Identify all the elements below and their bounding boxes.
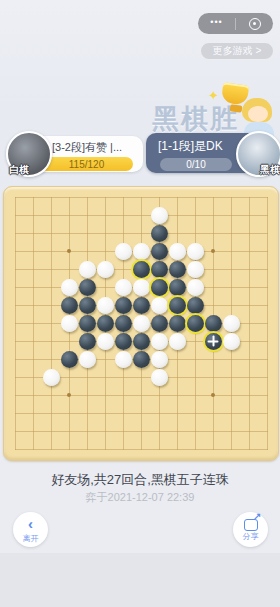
intersection [78,278,96,296]
intersection [258,440,276,458]
intersection [168,188,186,206]
close-icon [249,18,261,30]
intersection [222,188,240,206]
intersection [240,440,258,458]
white-stone [133,279,150,296]
intersection [150,332,168,350]
intersection [132,296,150,314]
miniprogram-capsule: ••• [198,13,273,34]
intersection [60,386,78,404]
intersection [78,314,96,332]
intersection [96,278,114,296]
black-stone [133,351,150,368]
intersection [78,296,96,314]
intersection [60,188,78,206]
intersection [60,314,78,332]
intersection [60,404,78,422]
intersection [60,296,78,314]
intersection [96,188,114,206]
intersection [60,278,78,296]
white-stone [133,315,150,332]
intersection [42,386,60,404]
intersection [114,224,132,242]
white-stone [115,351,132,368]
intersection [6,440,24,458]
intersection [150,404,168,422]
white-stone [133,243,150,260]
intersection [258,296,276,314]
intersection [42,314,60,332]
intersection [186,386,204,404]
intersection [60,224,78,242]
intersection [204,224,222,242]
intersection [240,386,258,404]
black-stone [169,279,186,296]
intersection [168,386,186,404]
intersection [114,188,132,206]
intersection [168,422,186,440]
intersection [60,242,78,260]
intersection [150,314,168,332]
black-stone [79,315,96,332]
intersection [132,260,150,278]
intersection [42,260,60,278]
intersection [114,278,132,296]
intersection [42,422,60,440]
intersection [204,242,222,260]
intersection [6,296,24,314]
black-stone [79,333,96,350]
intersection [96,242,114,260]
black-player-avatar[interactable]: 黑棋 [236,131,280,177]
intersection [222,404,240,422]
intersection [150,242,168,260]
intersection [96,404,114,422]
black-stone [79,297,96,314]
intersection [42,278,60,296]
intersection [222,314,240,332]
intersection [6,224,24,242]
black-stone [61,297,78,314]
black-stone [187,297,204,314]
intersection [96,386,114,404]
intersection [168,242,186,260]
intersection [168,368,186,386]
intersection [240,188,258,206]
intersection [24,332,42,350]
intersection [186,314,204,332]
intersection [150,296,168,314]
intersection [24,350,42,368]
white-player-progress: 115/120 [40,157,133,171]
intersection [240,368,258,386]
intersection [78,422,96,440]
intersection [222,224,240,242]
intersection [96,296,114,314]
intersection [222,332,240,350]
black-stone [187,315,204,332]
intersection [78,404,96,422]
intersection [168,296,186,314]
intersection [24,440,42,458]
intersection [42,350,60,368]
intersection [42,368,60,386]
intersection [258,224,276,242]
intersection [78,440,96,458]
intersection [78,224,96,242]
intersection [240,206,258,224]
white-stone [151,207,168,224]
intersection [24,206,42,224]
intersection [132,206,150,224]
intersection [222,242,240,260]
white-stone [97,333,114,350]
sparkle-icon: ✦ [208,88,219,103]
white-stone [79,261,96,278]
intersection [168,206,186,224]
black-stone [115,315,132,332]
intersection [60,368,78,386]
intersection [222,422,240,440]
intersection [186,440,204,458]
game-review-screen: ••• 更多游戏 > 黑棋胜 ✦ [3-2段]有赞 |... 115/120 白… [0,0,280,607]
intersection [6,206,24,224]
black-stone [169,315,186,332]
intersection [150,278,168,296]
intersection [240,224,258,242]
intersection [204,386,222,404]
white-stone [115,243,132,260]
intersection [24,422,42,440]
intersection [150,386,168,404]
white-stone [187,279,204,296]
intersection [186,206,204,224]
intersection [240,260,258,278]
intersection [132,404,150,422]
intersection [240,422,258,440]
white-stone [97,297,114,314]
intersection [150,368,168,386]
share-button-label: 分享 [243,531,259,542]
black-stone [205,333,222,350]
more-games-label: 更多游戏 > [213,44,262,58]
intersection [42,404,60,422]
black-side-label: 黑棋 [260,163,280,177]
intersection [42,206,60,224]
intersection [114,368,132,386]
intersection [6,404,24,422]
intersection [186,260,204,278]
more-options-icon: ••• [210,18,222,27]
intersection [114,350,132,368]
intersection [240,242,258,260]
white-player-avatar[interactable]: 白棋 [6,131,52,177]
intersection [222,368,240,386]
intersection [132,332,150,350]
intersection [96,368,114,386]
leave-button[interactable]: ‹ 离开 [13,512,48,547]
intersection [96,422,114,440]
intersection [6,242,24,260]
intersection [114,314,132,332]
intersection [258,350,276,368]
intersection [6,386,24,404]
black-stone [169,261,186,278]
intersection [96,314,114,332]
white-stone [97,261,114,278]
more-games-button[interactable]: 更多游戏 > [200,42,274,60]
black-stone [151,261,168,278]
share-icon: ↗ [244,519,258,531]
intersection [114,404,132,422]
white-stone [151,351,168,368]
intersection [78,188,96,206]
black-stone [205,315,222,332]
intersection [132,350,150,368]
intersection [96,260,114,278]
intersection [204,188,222,206]
intersection [258,188,276,206]
black-stone [133,261,150,278]
intersection [24,188,42,206]
black-stone [97,315,114,332]
intersection [204,440,222,458]
intersection [204,206,222,224]
intersection [168,314,186,332]
intersection [258,242,276,260]
black-stone [151,279,168,296]
intersection [114,386,132,404]
intersection [42,242,60,260]
intersection [78,260,96,278]
intersection [6,368,24,386]
intersection [150,188,168,206]
black-stone [115,333,132,350]
intersection [78,350,96,368]
back-chevron-icon: ‹ [28,515,33,533]
intersection [132,422,150,440]
black-stone [151,243,168,260]
intersection [114,332,132,350]
intersection [186,332,204,350]
intersection [6,188,24,206]
intersection [204,332,222,350]
intersection [60,260,78,278]
intersection [96,224,114,242]
intersection [204,278,222,296]
trophy-base [230,104,243,113]
intersection [114,422,132,440]
white-stone [61,315,78,332]
intersection [222,440,240,458]
intersection [240,278,258,296]
intersection [222,278,240,296]
white-stone [115,279,132,296]
intersection [222,206,240,224]
intersection [150,422,168,440]
black-stone [133,297,150,314]
white-stone [151,297,168,314]
intersection [168,350,186,368]
intersection [96,206,114,224]
intersection [60,440,78,458]
intersection [204,314,222,332]
intersection [204,296,222,314]
intersection [42,188,60,206]
white-side-label: 白棋 [9,163,29,177]
board [3,186,279,461]
black-stone [61,351,78,368]
intersection [6,422,24,440]
intersection [258,206,276,224]
white-stone [223,333,240,350]
intersection [168,260,186,278]
intersection [24,296,42,314]
intersection [222,260,240,278]
intersection [24,386,42,404]
intersection [132,278,150,296]
black-stone [151,225,168,242]
intersection [60,422,78,440]
intersection [96,332,114,350]
result-timestamp: 弈于2021-12-07 22:39 [0,490,280,505]
intersection [186,188,204,206]
intersection [150,224,168,242]
black-stone [133,333,150,350]
intersection [258,368,276,386]
intersection [132,224,150,242]
intersection [240,404,258,422]
intersection [258,386,276,404]
intersection [96,350,114,368]
intersection [240,332,258,350]
intersection [240,296,258,314]
intersection [114,206,132,224]
intersection [258,314,276,332]
intersection [42,332,60,350]
result-summary: 好友场,共27回合,黑棋五子连珠 [0,471,280,489]
bottom-safe-area [0,553,280,607]
intersection [258,278,276,296]
intersection [42,224,60,242]
intersection [186,242,204,260]
white-stone [187,261,204,278]
intersection [168,404,186,422]
intersection [204,404,222,422]
intersection [6,332,24,350]
intersection [186,278,204,296]
intersection [204,368,222,386]
intersection [258,422,276,440]
intersection [6,314,24,332]
white-stone [61,279,78,296]
intersection [186,350,204,368]
more-options-button[interactable]: ••• [198,13,235,34]
white-player-name: [3-2段]有赞 |... [52,140,139,155]
intersection [150,440,168,458]
intersection [78,368,96,386]
intersection [78,386,96,404]
intersection [186,224,204,242]
white-stone [151,369,168,386]
intersection [114,260,132,278]
intersection [204,350,222,368]
intersection [24,404,42,422]
intersection [132,440,150,458]
intersection [78,206,96,224]
intersection [132,188,150,206]
intersection [24,224,42,242]
white-stone [79,351,96,368]
intersection [258,260,276,278]
intersection [222,350,240,368]
last-move-cursor-icon [208,336,219,347]
intersection [222,386,240,404]
intersection [150,350,168,368]
mascot-face [248,106,268,122]
intersection [132,368,150,386]
intersection [114,440,132,458]
intersection [24,278,42,296]
black-stone [79,279,96,296]
leave-button-label: 离开 [23,533,39,544]
intersection [186,404,204,422]
intersection [186,368,204,386]
intersection [6,260,24,278]
intersection [168,332,186,350]
intersection [186,422,204,440]
intersection [204,422,222,440]
intersection [60,206,78,224]
intersection [114,296,132,314]
intersection [150,260,168,278]
intersection [60,332,78,350]
intersection [168,278,186,296]
intersection [258,332,276,350]
intersection [78,332,96,350]
black-player-progress: 0/10 [160,158,232,171]
white-stone [223,315,240,332]
intersection [24,260,42,278]
intersection [132,386,150,404]
intersection [132,314,150,332]
intersection [96,440,114,458]
white-stone [151,333,168,350]
black-stone [115,297,132,314]
intersection [150,206,168,224]
intersection [258,404,276,422]
intersection [204,260,222,278]
white-stone [169,333,186,350]
intersection [222,296,240,314]
intersection [42,296,60,314]
intersection [132,242,150,260]
intersection [24,314,42,332]
intersection [240,314,258,332]
intersection [6,350,24,368]
intersection [186,296,204,314]
intersection [24,368,42,386]
intersection [24,242,42,260]
intersection [168,440,186,458]
intersection [42,440,60,458]
white-stone [187,243,204,260]
intersection [114,242,132,260]
intersection [6,278,24,296]
share-button[interactable]: ↗ 分享 [233,512,268,547]
close-button[interactable] [236,13,273,34]
black-stone [151,315,168,332]
